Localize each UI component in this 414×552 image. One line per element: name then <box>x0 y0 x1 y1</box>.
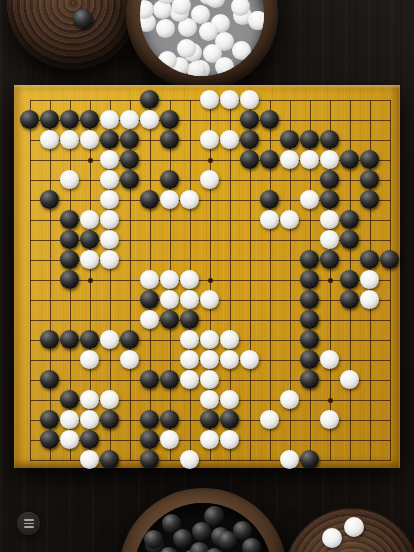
stone-black <box>340 290 359 309</box>
stone-black <box>80 110 99 129</box>
stone-black <box>140 430 159 449</box>
stone-black <box>100 130 119 149</box>
stone-white <box>180 190 199 209</box>
stone-black <box>360 170 379 189</box>
white-stone-bowl <box>126 0 278 90</box>
stone-black <box>240 110 259 129</box>
stone-white <box>120 110 139 129</box>
stone-white <box>200 90 219 109</box>
stone-white <box>80 390 99 409</box>
stone-white <box>320 210 339 229</box>
stone-black <box>140 290 159 309</box>
stone-white <box>180 290 199 309</box>
stone-black <box>360 190 379 209</box>
stone-white <box>80 250 99 269</box>
stone-black <box>360 250 379 269</box>
stone-black <box>300 330 319 349</box>
star-point <box>328 398 333 403</box>
stone-white <box>200 390 219 409</box>
white-stone-bowl-inner <box>140 0 264 76</box>
stone-black <box>20 110 39 129</box>
stone-black <box>340 210 359 229</box>
stone-black <box>300 310 319 329</box>
stone-black <box>180 310 199 329</box>
bowl-black-stone <box>190 542 209 552</box>
bowl-lid-top-left <box>7 0 139 69</box>
stone-black <box>160 110 179 129</box>
stone-black <box>280 130 299 149</box>
stone-black <box>300 370 319 389</box>
stone-white <box>240 350 259 369</box>
stone-white <box>220 350 239 369</box>
stone-white <box>320 350 339 369</box>
stone-white <box>280 150 299 169</box>
stone-white <box>100 170 119 189</box>
stone-black <box>40 370 59 389</box>
stone-white <box>120 350 139 369</box>
stone-white <box>220 330 239 349</box>
stone-white <box>200 330 219 349</box>
star-point <box>208 158 213 163</box>
stone-black <box>160 170 179 189</box>
stone-black <box>300 130 319 149</box>
stone-white <box>160 290 179 309</box>
stone-white <box>200 290 219 309</box>
stone-white <box>80 350 99 369</box>
stone-black <box>300 270 319 289</box>
stone-white <box>200 170 219 189</box>
stone-white <box>140 310 159 329</box>
stone-black <box>140 90 159 109</box>
black-stone-bowl <box>119 488 287 552</box>
stone-white <box>80 410 99 429</box>
stone-black <box>160 410 179 429</box>
stone-white <box>80 450 99 469</box>
stone-black <box>60 110 79 129</box>
stone-white <box>100 390 119 409</box>
stone-white <box>140 270 159 289</box>
stone-white <box>100 210 119 229</box>
bowl-black-stone <box>144 530 163 549</box>
stone-white <box>220 430 239 449</box>
stone-white <box>200 350 219 369</box>
star-point <box>88 158 93 163</box>
stone-black <box>120 150 139 169</box>
stone-white <box>200 130 219 149</box>
stone-black <box>40 190 59 209</box>
stone-white <box>160 190 179 209</box>
stone-black <box>260 190 279 209</box>
stone-white <box>320 410 339 429</box>
stone-white <box>320 150 339 169</box>
stone-white <box>320 230 339 249</box>
stone-black <box>40 410 59 429</box>
bowl-black-stone <box>204 507 223 526</box>
stone-white <box>140 110 159 129</box>
star-point <box>328 278 333 283</box>
bowl-white-stone <box>215 57 234 76</box>
stone-black <box>260 110 279 129</box>
stone-black <box>300 250 319 269</box>
stone-black <box>160 310 179 329</box>
go-board[interactable] <box>14 85 400 468</box>
stone-white <box>300 150 319 169</box>
bowl-black-stone <box>192 522 211 541</box>
stone-white <box>280 390 299 409</box>
stone-black <box>140 190 159 209</box>
board-grid-line <box>30 320 391 321</box>
bowl-white-stone <box>232 41 251 60</box>
stone-black <box>60 390 79 409</box>
stone-black <box>60 270 79 289</box>
stone-white <box>80 210 99 229</box>
stone-white <box>220 90 239 109</box>
stone-black <box>240 130 259 149</box>
stone-black <box>320 170 339 189</box>
stone-white <box>240 90 259 109</box>
stone-black <box>80 430 99 449</box>
stone-black <box>40 110 59 129</box>
stone-white <box>180 370 199 389</box>
stone-white <box>280 450 299 469</box>
stone-white <box>160 430 179 449</box>
stone-black <box>60 230 79 249</box>
bowl-white-stone <box>187 61 206 76</box>
stone-black <box>100 410 119 429</box>
stone-white <box>180 270 199 289</box>
stone-white <box>40 130 59 149</box>
stone-black <box>40 330 59 349</box>
stone-black <box>300 350 319 369</box>
menu-button[interactable] <box>17 512 40 535</box>
stone-black <box>340 270 359 289</box>
stone-white <box>100 230 119 249</box>
stone-white <box>100 190 119 209</box>
bowl-black-stone <box>162 514 181 533</box>
stone-black <box>60 330 79 349</box>
stone-white <box>220 130 239 149</box>
stone-black <box>340 150 359 169</box>
stone-black <box>40 430 59 449</box>
stone-white <box>280 210 299 229</box>
stone-black <box>120 330 139 349</box>
stone-black <box>380 250 399 269</box>
stone-black <box>300 450 319 469</box>
stone-black <box>320 190 339 209</box>
stone-white <box>220 390 239 409</box>
stone-white <box>200 370 219 389</box>
stone-white <box>100 250 119 269</box>
bowl-white-stone <box>206 0 225 8</box>
stone-white <box>180 350 199 369</box>
stone-black <box>320 130 339 149</box>
stone-white <box>260 210 279 229</box>
stone-black <box>140 370 159 389</box>
stone-white <box>340 370 359 389</box>
stone-black <box>120 130 139 149</box>
stone-white <box>360 270 379 289</box>
stone-black <box>160 370 179 389</box>
stone-white <box>100 330 119 349</box>
bowl-lid-bottom-right <box>284 508 414 552</box>
stone-white <box>180 450 199 469</box>
stone-black <box>360 150 379 169</box>
stone-black <box>140 450 159 469</box>
stone-white <box>60 170 79 189</box>
stone-white <box>180 330 199 349</box>
stone-black <box>80 330 99 349</box>
stone-black <box>120 170 139 189</box>
bowl-white-stone <box>156 19 175 38</box>
stone-black <box>60 250 79 269</box>
stone-black <box>260 150 279 169</box>
star-point <box>88 278 93 283</box>
stone-black <box>300 290 319 309</box>
stone-white <box>100 150 119 169</box>
bowl-white-stone <box>158 51 177 70</box>
stone-white <box>60 430 79 449</box>
stone-black <box>60 210 79 229</box>
stone-black <box>140 410 159 429</box>
stone-white <box>360 290 379 309</box>
stone-black <box>240 150 259 169</box>
stone-white <box>60 410 79 429</box>
stone-white <box>60 130 79 149</box>
stone-black <box>200 410 219 429</box>
bowl-black-stone <box>242 538 261 552</box>
stone-white <box>100 110 119 129</box>
stone-white <box>200 430 219 449</box>
bowl-white-stone <box>249 11 264 30</box>
black-stone-bowl-inner <box>134 503 272 552</box>
stone-black <box>320 250 339 269</box>
stone-white <box>260 410 279 429</box>
stone-black <box>80 230 99 249</box>
stone-black <box>220 410 239 429</box>
stone-white <box>80 130 99 149</box>
board-grid-line <box>390 100 391 461</box>
stone-black <box>340 230 359 249</box>
stone-black <box>100 450 119 469</box>
star-point <box>208 278 213 283</box>
stone-black <box>160 130 179 149</box>
stone-white <box>300 190 319 209</box>
go-app-screen: { "game": "go", "board": { "size": 19, "… <box>0 0 414 552</box>
stone-white <box>160 270 179 289</box>
